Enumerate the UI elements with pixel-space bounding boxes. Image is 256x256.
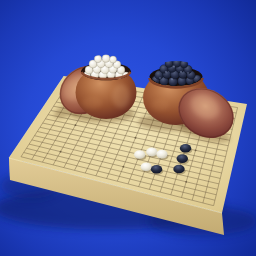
star-point [185, 181, 187, 183]
go-set-scene: Wooden tabletop go board (goban) on a bl… [0, 0, 256, 256]
stone-black [177, 154, 188, 163]
stone-black [151, 165, 162, 174]
stone-white [146, 148, 157, 157]
stone-white [156, 150, 167, 159]
star-point [122, 166, 124, 168]
stone-white [134, 150, 145, 159]
stone-black [180, 144, 191, 153]
stone-black [173, 165, 184, 174]
star-point [135, 137, 137, 139]
star-point [60, 151, 62, 153]
go-set-product-photo: Wooden tabletop go board (goban) on a bl… [0, 0, 256, 256]
star-point [75, 124, 77, 126]
star-point [195, 149, 197, 151]
stone-white [140, 162, 151, 171]
